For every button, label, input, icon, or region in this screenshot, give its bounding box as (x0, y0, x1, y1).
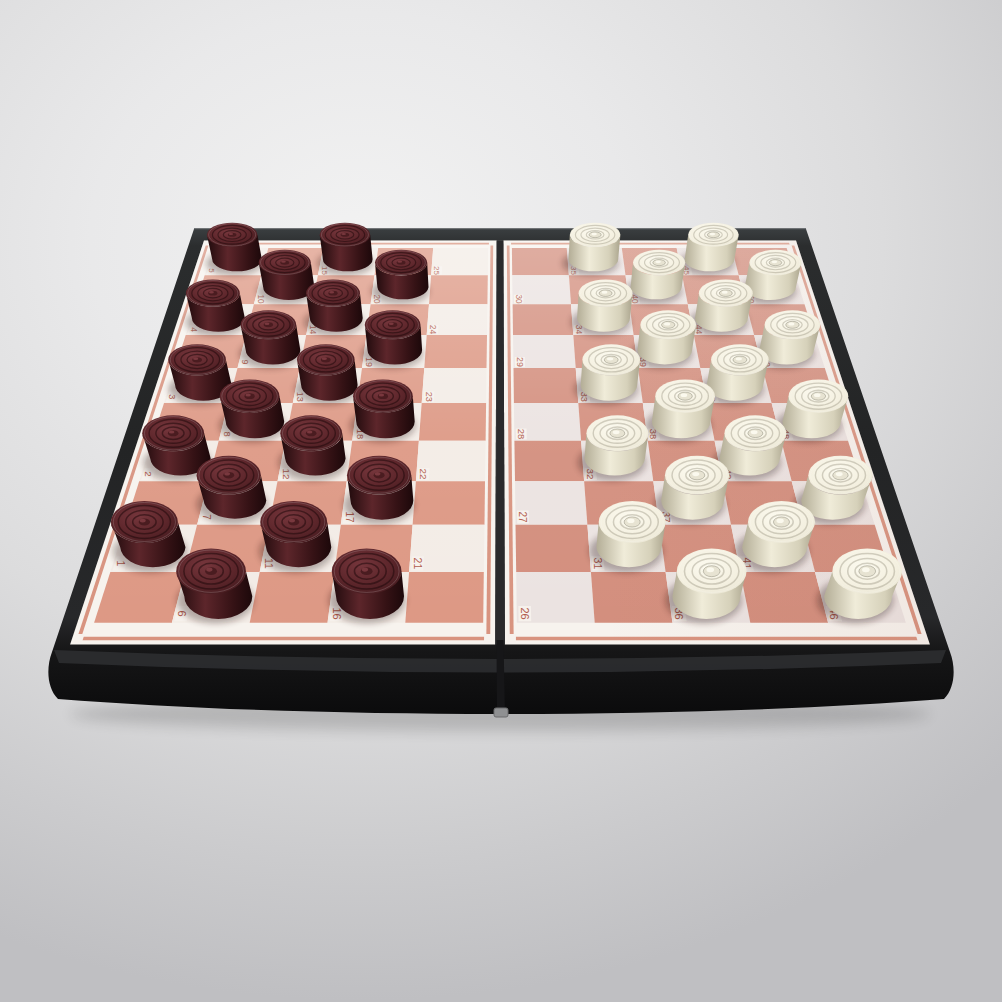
piece-center-highlight (772, 260, 778, 263)
piece-center-highlight (206, 568, 212, 572)
piece-center-highlight (307, 430, 313, 433)
piece-center-highlight (862, 567, 870, 572)
dark-piece-sq9[interactable] (239, 310, 301, 369)
piece-center-highlight (224, 472, 230, 475)
piece-center-highlight (209, 291, 214, 293)
piece-center-highlight (375, 472, 381, 475)
piece-center-highlight (397, 261, 402, 263)
piece-center-highlight (814, 393, 821, 397)
checkers-board-photo: 5152535451020304050414243444919293949313… (0, 0, 1002, 1002)
piece-center-highlight (362, 568, 368, 572)
dark-piece-sq20[interactable] (371, 250, 429, 305)
piece-center-highlight (591, 233, 597, 236)
piece-center-highlight (193, 357, 198, 360)
piece-center-highlight (379, 393, 384, 396)
piece-center-highlight (681, 393, 688, 397)
dark-piece-sq10[interactable] (257, 250, 315, 305)
product-photo-stage: 5152535451020304050414243444919293949313… (0, 0, 1002, 1002)
piece-center-highlight (602, 291, 608, 294)
piece-center-highlight (322, 357, 327, 360)
dark-piece-sq11[interactable] (259, 501, 333, 573)
hinge-tab[interactable] (494, 708, 508, 717)
piece-center-highlight (264, 323, 269, 326)
piece-center-highlight (341, 233, 346, 235)
piece-center-highlight (281, 261, 286, 263)
piece-center-highlight (836, 472, 843, 476)
dark-piece-sq16[interactable] (329, 548, 406, 623)
dark-piece-sq19[interactable] (361, 310, 423, 369)
piece-center-highlight (692, 472, 699, 476)
piece-center-highlight (788, 322, 794, 325)
piece-center-highlight (613, 430, 620, 434)
piece-center-highlight (229, 233, 234, 235)
piece-center-highlight (245, 393, 250, 396)
piece-center-highlight (169, 430, 175, 433)
piece-center-highlight (627, 518, 634, 523)
dark-piece-sq17[interactable] (343, 456, 414, 524)
piece-center-highlight (722, 291, 728, 294)
dark-piece-sq7[interactable] (196, 456, 267, 524)
dark-piece-sq13[interactable] (294, 344, 358, 405)
piece-center-highlight (607, 357, 613, 360)
dark-piece-sq14[interactable] (303, 280, 363, 336)
dark-piece-sq8[interactable] (219, 379, 285, 442)
dark-piece-sq12[interactable] (278, 415, 346, 481)
dark-piece-sq15[interactable] (317, 223, 373, 276)
dark-piece-sq5[interactable] (206, 223, 262, 276)
piece-center-highlight (389, 323, 394, 326)
piece-center-highlight (664, 322, 670, 325)
piece-center-highlight (655, 260, 661, 263)
piece-center-highlight (706, 567, 714, 572)
piece-center-highlight (751, 430, 758, 434)
dark-piece-sq18[interactable] (349, 379, 415, 442)
piece-center-highlight (140, 519, 146, 523)
piece-center-highlight (289, 519, 295, 523)
piece-center-highlight (736, 357, 742, 360)
piece-center-highlight (710, 233, 716, 236)
dark-piece-sq4[interactable] (186, 280, 246, 336)
piece-center-highlight (776, 518, 783, 523)
piece-center-highlight (329, 291, 334, 293)
